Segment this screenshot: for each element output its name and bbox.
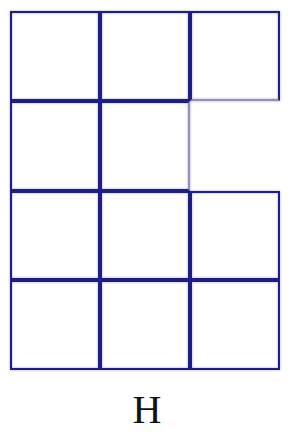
grid-cell: [100, 191, 190, 281]
grid-cell: [10, 191, 100, 281]
grid-cell: [190, 191, 280, 281]
puzzle-option-figure: H: [0, 0, 302, 439]
option-label: H: [0, 390, 294, 430]
grid-cell: [10, 280, 100, 370]
grid-cell: [100, 280, 190, 370]
grid-cell: [100, 101, 190, 191]
grid-cell: [190, 280, 280, 370]
grid-cell: [100, 11, 190, 101]
grid-cell: [190, 101, 280, 191]
grid-cell: [190, 11, 280, 101]
grid-cell: [10, 101, 100, 191]
squares-grid: [10, 11, 280, 370]
grid-cell: [10, 11, 100, 101]
